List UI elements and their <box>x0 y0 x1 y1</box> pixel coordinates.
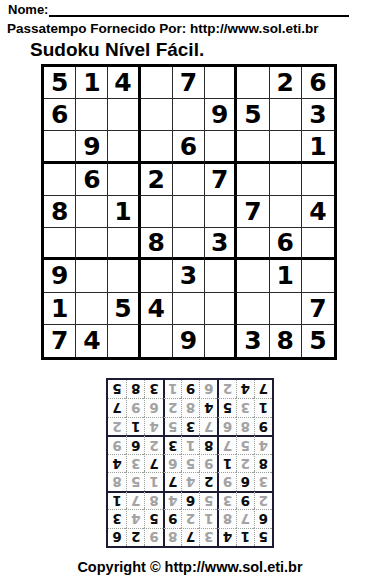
solution-cell-r7c1: 9 <box>254 417 272 435</box>
sudoku-cell-r8c7 <box>237 293 269 325</box>
solution-cell-r3c2: 9 <box>236 491 254 509</box>
sudoku-cell-r8c9: 7 <box>302 293 334 325</box>
sudoku-cell-r3c6 <box>205 131 237 163</box>
sudoku-cell-r7c2 <box>76 260 108 292</box>
sudoku-cell-r2c9: 3 <box>302 99 334 131</box>
solution-cell-r4c3: 9 <box>217 472 235 490</box>
sudoku-cell-r1c3: 4 <box>108 67 140 99</box>
sudoku-cell-r7c3 <box>108 260 140 292</box>
solution-cell-r9c3: 2 <box>217 380 235 398</box>
sudoku-cell-r2c6: 9 <box>205 99 237 131</box>
sudoku-cell-r9c2: 4 <box>76 325 108 357</box>
sudoku-cell-r1c1: 5 <box>44 67 76 99</box>
sudoku-cell-r6c2 <box>76 228 108 260</box>
sudoku-cell-r1c7 <box>237 67 269 99</box>
solution-cell-r2c2: 7 <box>236 509 254 527</box>
solution-cell-r8c9: 7 <box>108 398 126 416</box>
sudoku-cell-r7c4 <box>141 260 173 292</box>
solution-cell-r6c6: 3 <box>163 435 181 453</box>
solution-cell-r9c5: 9 <box>181 380 199 398</box>
solution-cell-r8c2: 3 <box>236 398 254 416</box>
sudoku-cell-r9c7: 3 <box>237 325 269 357</box>
name-blank-line <box>49 2 349 17</box>
sudoku-cell-r8c5 <box>173 293 205 325</box>
sudoku-cell-r8c2 <box>76 293 108 325</box>
solution-cell-r8c8: 9 <box>126 398 144 416</box>
solution-cell-r6c3: 7 <box>217 435 235 453</box>
solution-cell-r6c2: 5 <box>236 435 254 453</box>
solution-cell-r8c4: 4 <box>199 398 217 416</box>
sudoku-cell-r1c6 <box>205 67 237 99</box>
solution-cell-r9c8: 8 <box>126 380 144 398</box>
solution-cell-r5c8: 3 <box>126 454 144 472</box>
solution-cell-r5c5: 5 <box>181 454 199 472</box>
sudoku-cell-r7c6 <box>205 260 237 292</box>
sudoku-cell-r7c7 <box>237 260 269 292</box>
sudoku-cell-r5c8 <box>270 196 302 228</box>
solution-cell-r5c4: 9 <box>199 454 217 472</box>
solution-cell-r7c4: 7 <box>199 417 217 435</box>
solution-cell-r1c6: 8 <box>163 528 181 546</box>
sudoku-cell-r2c4 <box>141 99 173 131</box>
solution-cell-r9c2: 4 <box>236 380 254 398</box>
solution-cell-r4c7: 1 <box>144 472 162 490</box>
solution-cell-r6c4: 8 <box>199 435 217 453</box>
solution-cell-r8c7: 6 <box>144 398 162 416</box>
sudoku-cell-r9c6 <box>205 325 237 357</box>
sudoku-cell-r4c1 <box>44 164 76 196</box>
solution-cell-r8c3: 5 <box>217 398 235 416</box>
sudoku-cell-r2c5 <box>173 99 205 131</box>
worksheet-page: Nome: Passatempo Fornecido Por: http://w… <box>0 0 380 585</box>
sudoku-cell-r4c4: 2 <box>141 164 173 196</box>
solution-cell-r9c1: 7 <box>254 380 272 398</box>
sudoku-cell-r1c8: 2 <box>270 67 302 99</box>
solution-cell-r8c5: 8 <box>181 398 199 416</box>
sudoku-cell-r8c8 <box>270 293 302 325</box>
solution-cell-r1c9: 6 <box>108 528 126 546</box>
sudoku-cell-r7c8: 1 <box>270 260 302 292</box>
sudoku-cell-r3c9: 1 <box>302 131 334 163</box>
solution-cell-r5c7: 7 <box>144 454 162 472</box>
solution-cell-r9c7: 3 <box>144 380 162 398</box>
solution-cell-r4c2: 6 <box>236 472 254 490</box>
sudoku-cell-r2c8 <box>270 99 302 131</box>
sudoku-cell-r8c6 <box>205 293 237 325</box>
sudoku-cell-r6c1 <box>44 228 76 260</box>
solution-cell-r5c1: 8 <box>254 454 272 472</box>
solution-cell-r3c6: 4 <box>163 491 181 509</box>
sudoku-cell-r4c7 <box>237 164 269 196</box>
solution-cell-r7c3: 6 <box>217 417 235 435</box>
sudoku-cell-r4c9 <box>302 164 334 196</box>
solution-cell-r4c8: 5 <box>126 472 144 490</box>
sudoku-cell-r3c1 <box>44 131 76 163</box>
sudoku-cell-r9c8: 8 <box>270 325 302 357</box>
solution-cell-r6c7: 2 <box>144 435 162 453</box>
sudoku-cell-r9c4 <box>141 325 173 357</box>
solution-cell-r2c7: 5 <box>144 509 162 527</box>
page-title: Sudoku Nível Fácil. <box>30 39 204 61</box>
sudoku-cell-r5c5 <box>173 196 205 228</box>
sudoku-cell-r1c5: 7 <box>173 67 205 99</box>
sudoku-cell-r7c1: 9 <box>44 260 76 292</box>
solution-board-rotated: 5143789266781295432935648713692471588219… <box>106 378 274 548</box>
solution-cell-r3c5: 6 <box>181 491 199 509</box>
sudoku-cell-r6c5 <box>173 228 205 260</box>
solution-cell-r1c7: 9 <box>144 528 162 546</box>
sudoku-cell-r2c3 <box>108 99 140 131</box>
solution-cell-r6c1: 4 <box>254 435 272 453</box>
solution-cell-r1c1: 5 <box>254 528 272 546</box>
solution-cell-r4c5: 4 <box>181 472 199 490</box>
solution-cell-r3c3: 3 <box>217 491 235 509</box>
solution-cell-r2c1: 6 <box>254 509 272 527</box>
sudoku-cell-r3c4 <box>141 131 173 163</box>
sudoku-cell-r5c1: 8 <box>44 196 76 228</box>
sudoku-cell-r5c9: 4 <box>302 196 334 228</box>
sudoku-cell-r1c9: 6 <box>302 67 334 99</box>
solution-cell-r7c8: 1 <box>126 417 144 435</box>
solution-cell-r4c4: 2 <box>199 472 217 490</box>
sudoku-cell-r6c9 <box>302 228 334 260</box>
solution-cell-r2c5: 2 <box>181 509 199 527</box>
solution-cell-r9c9: 5 <box>108 380 126 398</box>
sudoku-cell-r3c2: 9 <box>76 131 108 163</box>
solution-cell-r7c5: 3 <box>181 417 199 435</box>
sudoku-cell-r3c7 <box>237 131 269 163</box>
sudoku-cell-r7c5: 3 <box>173 260 205 292</box>
sudoku-cell-r9c3 <box>108 325 140 357</box>
solution-cell-r2c6: 9 <box>163 509 181 527</box>
sudoku-cell-r4c8 <box>270 164 302 196</box>
sudoku-cell-r8c4: 4 <box>141 293 173 325</box>
copyright-footer: Copyright © http://www.sol.eti.br <box>0 559 380 575</box>
provider-line: Passatempo Fornecido Por: http://www.sol… <box>7 21 319 36</box>
sudoku-cell-r3c5: 6 <box>173 131 205 163</box>
solution-cell-r8c1: 1 <box>254 398 272 416</box>
name-label: Nome: <box>8 2 48 17</box>
sudoku-cell-r8c3: 5 <box>108 293 140 325</box>
sudoku-cell-r2c7: 5 <box>237 99 269 131</box>
solution-cell-r3c9: 1 <box>108 491 126 509</box>
sudoku-cell-r5c4 <box>141 196 173 228</box>
solution-cell-r1c2: 1 <box>236 528 254 546</box>
solution-cell-r4c9: 8 <box>108 472 126 490</box>
solution-cell-r1c8: 2 <box>126 528 144 546</box>
solution-cell-r7c6: 5 <box>163 417 181 435</box>
solution-cell-r3c1: 2 <box>254 491 272 509</box>
solution-cell-r5c3: 1 <box>217 454 235 472</box>
sudoku-cell-r1c4 <box>141 67 173 99</box>
solution-cell-r5c9: 4 <box>108 454 126 472</box>
solution-cell-r6c8: 6 <box>126 435 144 453</box>
solution-cell-r6c5: 1 <box>181 435 199 453</box>
sudoku-cell-r8c1: 1 <box>44 293 76 325</box>
sudoku-cell-r4c3 <box>108 164 140 196</box>
sudoku-cell-r3c3 <box>108 131 140 163</box>
sudoku-cell-r1c2: 1 <box>76 67 108 99</box>
solution-cell-r3c8: 7 <box>126 491 144 509</box>
name-row: Nome: <box>8 2 349 17</box>
solution-cell-r9c6: 1 <box>163 380 181 398</box>
solution-cell-r1c4: 3 <box>199 528 217 546</box>
sudoku-cell-r9c1: 7 <box>44 325 76 357</box>
sudoku-cell-r3c8 <box>270 131 302 163</box>
solution-cell-r4c1: 3 <box>254 472 272 490</box>
sudoku-cell-r6c7 <box>237 228 269 260</box>
sudoku-cell-r5c6 <box>205 196 237 228</box>
solution-cell-r7c7: 4 <box>144 417 162 435</box>
sudoku-cell-r2c2 <box>76 99 108 131</box>
solution-cell-r3c7: 8 <box>144 491 162 509</box>
sudoku-cell-r4c6: 7 <box>205 164 237 196</box>
sudoku-cell-r9c9: 5 <box>302 325 334 357</box>
solution-cell-r2c4: 1 <box>199 509 217 527</box>
sudoku-cell-r7c9 <box>302 260 334 292</box>
solution-cell-r5c2: 2 <box>236 454 254 472</box>
solution-cell-r7c2: 8 <box>236 417 254 435</box>
solution-cell-r2c3: 8 <box>217 509 235 527</box>
solution-cell-r5c6: 6 <box>163 454 181 472</box>
solution-cell-r9c4: 6 <box>199 380 217 398</box>
sudoku-cell-r6c3 <box>108 228 140 260</box>
sudoku-cell-r5c7: 7 <box>237 196 269 228</box>
solution-cell-r2c9: 3 <box>108 509 126 527</box>
sudoku-cell-r6c4: 8 <box>141 228 173 260</box>
solution-cell-r7c9: 2 <box>108 417 126 435</box>
sudoku-cell-r6c8: 6 <box>270 228 302 260</box>
solution-cell-r6c9: 9 <box>108 435 126 453</box>
sudoku-cell-r5c2 <box>76 196 108 228</box>
sudoku-cell-r6c6: 3 <box>205 228 237 260</box>
solution-cell-r3c4: 5 <box>199 491 217 509</box>
sudoku-board: 514726695396162781748369311547749385 <box>41 64 337 360</box>
sudoku-cell-r4c5 <box>173 164 205 196</box>
sudoku-cell-r2c1: 6 <box>44 99 76 131</box>
solution-cell-r2c8: 4 <box>126 509 144 527</box>
sudoku-cell-r9c5: 9 <box>173 325 205 357</box>
sudoku-cell-r5c3: 1 <box>108 196 140 228</box>
solution-cell-r1c3: 4 <box>217 528 235 546</box>
solution-cell-r4c6: 7 <box>163 472 181 490</box>
solution-cell-r1c5: 7 <box>181 528 199 546</box>
sudoku-cell-r4c2: 6 <box>76 164 108 196</box>
solution-cell-r8c6: 2 <box>163 398 181 416</box>
